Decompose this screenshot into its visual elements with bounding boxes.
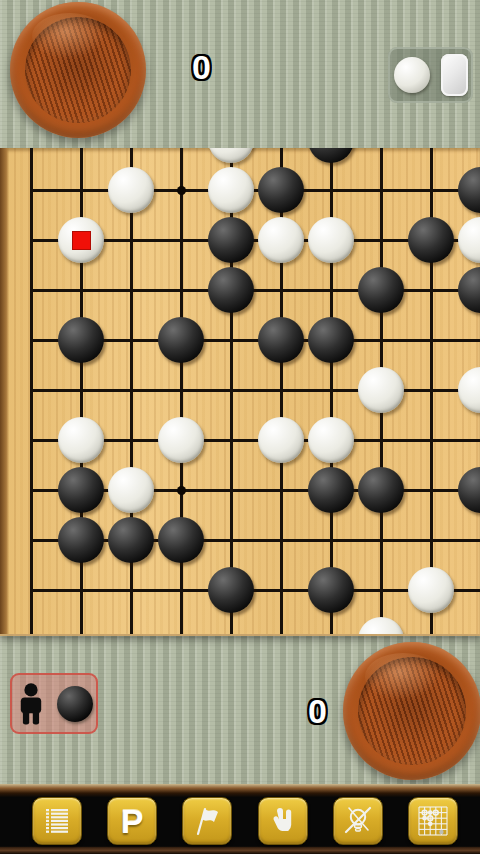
black-stone xyxy=(308,148,354,163)
pass-button[interactable]: P xyxy=(107,797,157,845)
white-stone xyxy=(158,417,204,463)
white-stone xyxy=(108,467,154,513)
white-stone xyxy=(458,367,480,413)
last-move-marker xyxy=(72,231,91,250)
black-stone xyxy=(458,167,480,213)
white-stone xyxy=(458,217,480,263)
resign-button[interactable] xyxy=(182,797,232,845)
go-board[interactable] xyxy=(0,148,480,634)
black-stone xyxy=(408,217,454,263)
white-stone xyxy=(108,167,154,213)
white-player-panel xyxy=(388,47,473,103)
black-stone xyxy=(58,517,104,563)
black-stone-bowl xyxy=(343,642,480,780)
white-stone xyxy=(308,217,354,263)
black-stone xyxy=(208,567,254,613)
black-stone xyxy=(358,267,404,313)
black-stone xyxy=(458,267,480,313)
white-stone-icon xyxy=(394,57,430,93)
black-stone xyxy=(208,267,254,313)
black-stone xyxy=(308,567,354,613)
white-stone xyxy=(408,567,454,613)
moves-list-button[interactable] xyxy=(32,797,82,845)
white-stone xyxy=(208,148,254,163)
takeback-hand-icon xyxy=(267,805,299,837)
grid-line-horizontal xyxy=(30,389,480,392)
black-stone-icon xyxy=(57,686,93,722)
black-stone xyxy=(58,317,104,363)
hint-button[interactable] xyxy=(333,797,383,845)
black-stone xyxy=(308,467,354,513)
black-stone xyxy=(308,317,354,363)
grid-line-horizontal xyxy=(30,189,480,192)
black-stone xyxy=(58,467,104,513)
human-player-icon xyxy=(16,683,46,725)
hint-off-bulb-icon xyxy=(342,805,374,837)
black-stone xyxy=(258,317,304,363)
black-stone xyxy=(258,167,304,213)
white-stone xyxy=(358,367,404,413)
mini-board-icon xyxy=(416,804,450,838)
white-stone xyxy=(308,417,354,463)
takeback-button[interactable] xyxy=(258,797,308,845)
white-stone xyxy=(58,417,104,463)
white-stone xyxy=(208,167,254,213)
black-stone xyxy=(208,217,254,263)
white-stone xyxy=(258,217,304,263)
white-stone-bowl xyxy=(10,2,146,138)
moves-list-icon xyxy=(41,805,73,837)
star-point xyxy=(177,186,186,195)
board-left-edge xyxy=(0,148,9,634)
black-stone xyxy=(158,317,204,363)
show-board-button[interactable] xyxy=(408,797,458,845)
black-stone xyxy=(458,467,480,513)
blank-tile-icon xyxy=(441,54,468,96)
bottom-toolbar: P xyxy=(0,784,480,854)
grid-line-horizontal xyxy=(30,289,480,292)
white-stone xyxy=(258,417,304,463)
black-stone xyxy=(158,517,204,563)
white-captures-count: 0 xyxy=(192,50,211,84)
black-player-panel xyxy=(10,673,98,734)
black-stone xyxy=(358,467,404,513)
pass-letter-icon: P xyxy=(121,802,144,841)
black-stone xyxy=(108,517,154,563)
black-captures-count: 0 xyxy=(308,694,327,728)
white-stone xyxy=(358,617,404,634)
go-app-screen: 0 0 xyxy=(0,0,480,854)
resign-flag-icon xyxy=(191,805,223,837)
star-point xyxy=(177,486,186,495)
